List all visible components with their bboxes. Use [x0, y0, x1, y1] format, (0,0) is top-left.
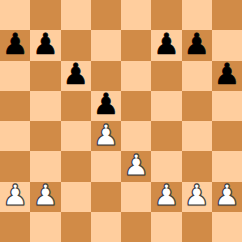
- black-pawn[interactable]: ♟: [93, 91, 119, 120]
- white-pawn[interactable]: ♟: [93, 121, 119, 150]
- square-b1[interactable]: [30, 212, 60, 242]
- square-d7[interactable]: [91, 30, 121, 60]
- black-pawn[interactable]: ♟: [63, 61, 89, 90]
- white-pawn[interactable]: ♟: [32, 182, 58, 211]
- white-pawn[interactable]: ♟: [123, 151, 149, 180]
- square-a4[interactable]: [0, 121, 30, 151]
- square-h3[interactable]: [212, 151, 242, 181]
- square-f7[interactable]: ♟: [151, 30, 181, 60]
- black-pawn[interactable]: ♟: [214, 61, 240, 90]
- square-h7[interactable]: [212, 30, 242, 60]
- square-f1[interactable]: [151, 212, 181, 242]
- square-a6[interactable]: [0, 61, 30, 91]
- square-b8[interactable]: [30, 0, 60, 30]
- square-b3[interactable]: [30, 151, 60, 181]
- white-pawn[interactable]: ♟: [153, 182, 179, 211]
- square-f6[interactable]: [151, 61, 181, 91]
- black-pawn[interactable]: ♟: [2, 30, 28, 59]
- square-b2[interactable]: ♟: [30, 182, 60, 212]
- square-g3[interactable]: [182, 151, 212, 181]
- square-b5[interactable]: [30, 91, 60, 121]
- square-e6[interactable]: [121, 61, 151, 91]
- chess-board: ♟♟♟♟♟♟♟♟♟♟♟♟♟♟: [0, 0, 242, 242]
- square-a3[interactable]: [0, 151, 30, 181]
- square-b7[interactable]: ♟: [30, 30, 60, 60]
- black-pawn[interactable]: ♟: [153, 30, 179, 59]
- square-f3[interactable]: [151, 151, 181, 181]
- square-d1[interactable]: [91, 212, 121, 242]
- square-f2[interactable]: ♟: [151, 182, 181, 212]
- square-b6[interactable]: [30, 61, 60, 91]
- square-c6[interactable]: ♟: [61, 61, 91, 91]
- square-a5[interactable]: [0, 91, 30, 121]
- square-d6[interactable]: [91, 61, 121, 91]
- square-g1[interactable]: [182, 212, 212, 242]
- square-b4[interactable]: [30, 121, 60, 151]
- square-a2[interactable]: ♟: [0, 182, 30, 212]
- square-g7[interactable]: ♟: [182, 30, 212, 60]
- square-a7[interactable]: ♟: [0, 30, 30, 60]
- square-c8[interactable]: [61, 0, 91, 30]
- square-h1[interactable]: [212, 212, 242, 242]
- square-g5[interactable]: [182, 91, 212, 121]
- square-h8[interactable]: [212, 0, 242, 30]
- square-e7[interactable]: [121, 30, 151, 60]
- square-g2[interactable]: ♟: [182, 182, 212, 212]
- square-d4[interactable]: ♟: [91, 121, 121, 151]
- square-d2[interactable]: [91, 182, 121, 212]
- square-g6[interactable]: [182, 61, 212, 91]
- square-c7[interactable]: [61, 30, 91, 60]
- square-c3[interactable]: [61, 151, 91, 181]
- square-c2[interactable]: [61, 182, 91, 212]
- square-h5[interactable]: [212, 91, 242, 121]
- square-e2[interactable]: [121, 182, 151, 212]
- square-h4[interactable]: [212, 121, 242, 151]
- square-d3[interactable]: [91, 151, 121, 181]
- square-h6[interactable]: ♟: [212, 61, 242, 91]
- square-d5[interactable]: ♟: [91, 91, 121, 121]
- square-h2[interactable]: ♟: [212, 182, 242, 212]
- square-a8[interactable]: [0, 0, 30, 30]
- square-e4[interactable]: [121, 121, 151, 151]
- black-pawn[interactable]: ♟: [184, 30, 210, 59]
- square-c1[interactable]: [61, 212, 91, 242]
- white-pawn[interactable]: ♟: [184, 182, 210, 211]
- square-f4[interactable]: [151, 121, 181, 151]
- square-g4[interactable]: [182, 121, 212, 151]
- chess-board-container: ♟♟♟♟♟♟♟♟♟♟♟♟♟♟: [0, 0, 242, 242]
- square-f8[interactable]: [151, 0, 181, 30]
- black-pawn[interactable]: ♟: [32, 30, 58, 59]
- white-pawn[interactable]: ♟: [214, 182, 240, 211]
- white-pawn[interactable]: ♟: [2, 182, 28, 211]
- square-f5[interactable]: [151, 91, 181, 121]
- square-g8[interactable]: [182, 0, 212, 30]
- square-a1[interactable]: [0, 212, 30, 242]
- square-e8[interactable]: [121, 0, 151, 30]
- square-e5[interactable]: [121, 91, 151, 121]
- square-e1[interactable]: [121, 212, 151, 242]
- square-c4[interactable]: [61, 121, 91, 151]
- square-d8[interactable]: [91, 0, 121, 30]
- square-e3[interactable]: ♟: [121, 151, 151, 181]
- square-c5[interactable]: [61, 91, 91, 121]
